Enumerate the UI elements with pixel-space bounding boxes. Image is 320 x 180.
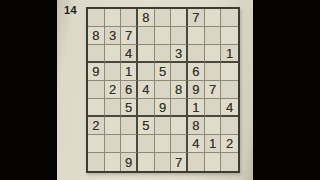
sudoku-cell[interactable] <box>155 135 172 153</box>
sudoku-cell[interactable]: 8 <box>138 9 155 27</box>
sudoku-cell[interactable] <box>155 81 172 99</box>
sudoku-cell[interactable]: 8 <box>171 81 188 99</box>
sudoku-cell[interactable]: 9 <box>155 99 172 117</box>
sudoku-cell[interactable] <box>105 45 122 63</box>
sudoku-cell[interactable]: 2 <box>105 81 122 99</box>
sudoku-cell[interactable] <box>205 27 222 45</box>
sudoku-cell[interactable] <box>105 99 122 117</box>
sudoku-cell[interactable] <box>138 45 155 63</box>
sudoku-cell[interactable] <box>88 99 105 117</box>
sudoku-cell[interactable]: 7 <box>188 9 205 27</box>
sudoku-cell[interactable]: 3 <box>105 27 122 45</box>
sudoku-cell[interactable] <box>188 153 205 171</box>
sudoku-cell[interactable] <box>221 153 238 171</box>
sudoku-cell[interactable] <box>88 45 105 63</box>
sudoku-cell[interactable] <box>138 135 155 153</box>
sudoku-cell[interactable]: 4 <box>138 81 155 99</box>
sudoku-cell[interactable] <box>105 117 122 135</box>
sudoku-cell[interactable] <box>105 9 122 27</box>
sudoku-cell[interactable] <box>205 117 222 135</box>
sudoku-cell[interactable] <box>88 9 105 27</box>
sudoku-cell[interactable] <box>221 81 238 99</box>
sudoku-cell[interactable]: 7 <box>121 27 138 45</box>
sudoku-cell[interactable]: 5 <box>138 117 155 135</box>
photo-background: 14 878374319156264897591425841297 <box>0 0 320 180</box>
sudoku-cell[interactable] <box>121 117 138 135</box>
sudoku-cell[interactable] <box>88 153 105 171</box>
sudoku-cell[interactable]: 8 <box>88 27 105 45</box>
sudoku-cell[interactable]: 7 <box>171 153 188 171</box>
sudoku-cell[interactable]: 4 <box>221 99 238 117</box>
sudoku-cell[interactable] <box>155 27 172 45</box>
sudoku-cell[interactable] <box>171 27 188 45</box>
sudoku-cell[interactable] <box>171 9 188 27</box>
sudoku-cell[interactable]: 4 <box>121 45 138 63</box>
sudoku-cell[interactable] <box>105 63 122 81</box>
sudoku-cell[interactable] <box>188 27 205 45</box>
sudoku-cell[interactable]: 8 <box>188 117 205 135</box>
sudoku-cell[interactable]: 1 <box>205 135 222 153</box>
puzzle-page: 14 878374319156264897591425841297 <box>57 0 253 180</box>
sudoku-cell[interactable] <box>155 45 172 63</box>
sudoku-cell[interactable] <box>88 135 105 153</box>
sudoku-cell[interactable] <box>221 9 238 27</box>
sudoku-cell[interactable] <box>205 9 222 27</box>
sudoku-cell[interactable] <box>155 117 172 135</box>
sudoku-cell[interactable] <box>121 9 138 27</box>
sudoku-cell[interactable] <box>171 117 188 135</box>
sudoku-cell[interactable] <box>221 117 238 135</box>
sudoku-cell[interactable]: 2 <box>88 117 105 135</box>
sudoku-cell[interactable] <box>105 135 122 153</box>
sudoku-cell[interactable]: 5 <box>121 99 138 117</box>
sudoku-cell[interactable] <box>188 45 205 63</box>
sudoku-cell[interactable]: 7 <box>205 81 222 99</box>
sudoku-cell[interactable] <box>205 45 222 63</box>
sudoku-cell[interactable]: 6 <box>188 63 205 81</box>
sudoku-cell[interactable]: 9 <box>121 153 138 171</box>
sudoku-cell[interactable] <box>171 99 188 117</box>
sudoku-cell[interactable]: 1 <box>221 45 238 63</box>
sudoku-cell[interactable] <box>171 63 188 81</box>
sudoku-cell[interactable] <box>138 99 155 117</box>
sudoku-cell[interactable] <box>205 153 222 171</box>
sudoku-cell[interactable]: 6 <box>121 81 138 99</box>
sudoku-cell[interactable] <box>205 63 222 81</box>
sudoku-cell[interactable]: 2 <box>221 135 238 153</box>
sudoku-cell[interactable] <box>171 135 188 153</box>
sudoku-cell[interactable]: 9 <box>188 81 205 99</box>
sudoku-cell[interactable]: 1 <box>121 63 138 81</box>
sudoku-cell[interactable]: 3 <box>171 45 188 63</box>
sudoku-cell[interactable]: 4 <box>188 135 205 153</box>
sudoku-cell[interactable] <box>88 81 105 99</box>
sudoku-cell[interactable] <box>155 153 172 171</box>
sudoku-cell[interactable] <box>138 153 155 171</box>
sudoku-cell[interactable]: 9 <box>88 63 105 81</box>
sudoku-cell[interactable]: 1 <box>188 99 205 117</box>
sudoku-cell[interactable] <box>221 63 238 81</box>
sudoku-cell[interactable] <box>155 9 172 27</box>
puzzle-number-label: 14 <box>64 4 77 16</box>
sudoku-cell[interactable] <box>138 63 155 81</box>
sudoku-cell[interactable] <box>105 153 122 171</box>
sudoku-cell[interactable] <box>138 27 155 45</box>
sudoku-cell[interactable]: 5 <box>155 63 172 81</box>
sudoku-cell[interactable] <box>221 27 238 45</box>
sudoku-board: 878374319156264897591425841297 <box>86 7 240 173</box>
sudoku-cell[interactable] <box>121 135 138 153</box>
sudoku-cell[interactable] <box>205 99 222 117</box>
